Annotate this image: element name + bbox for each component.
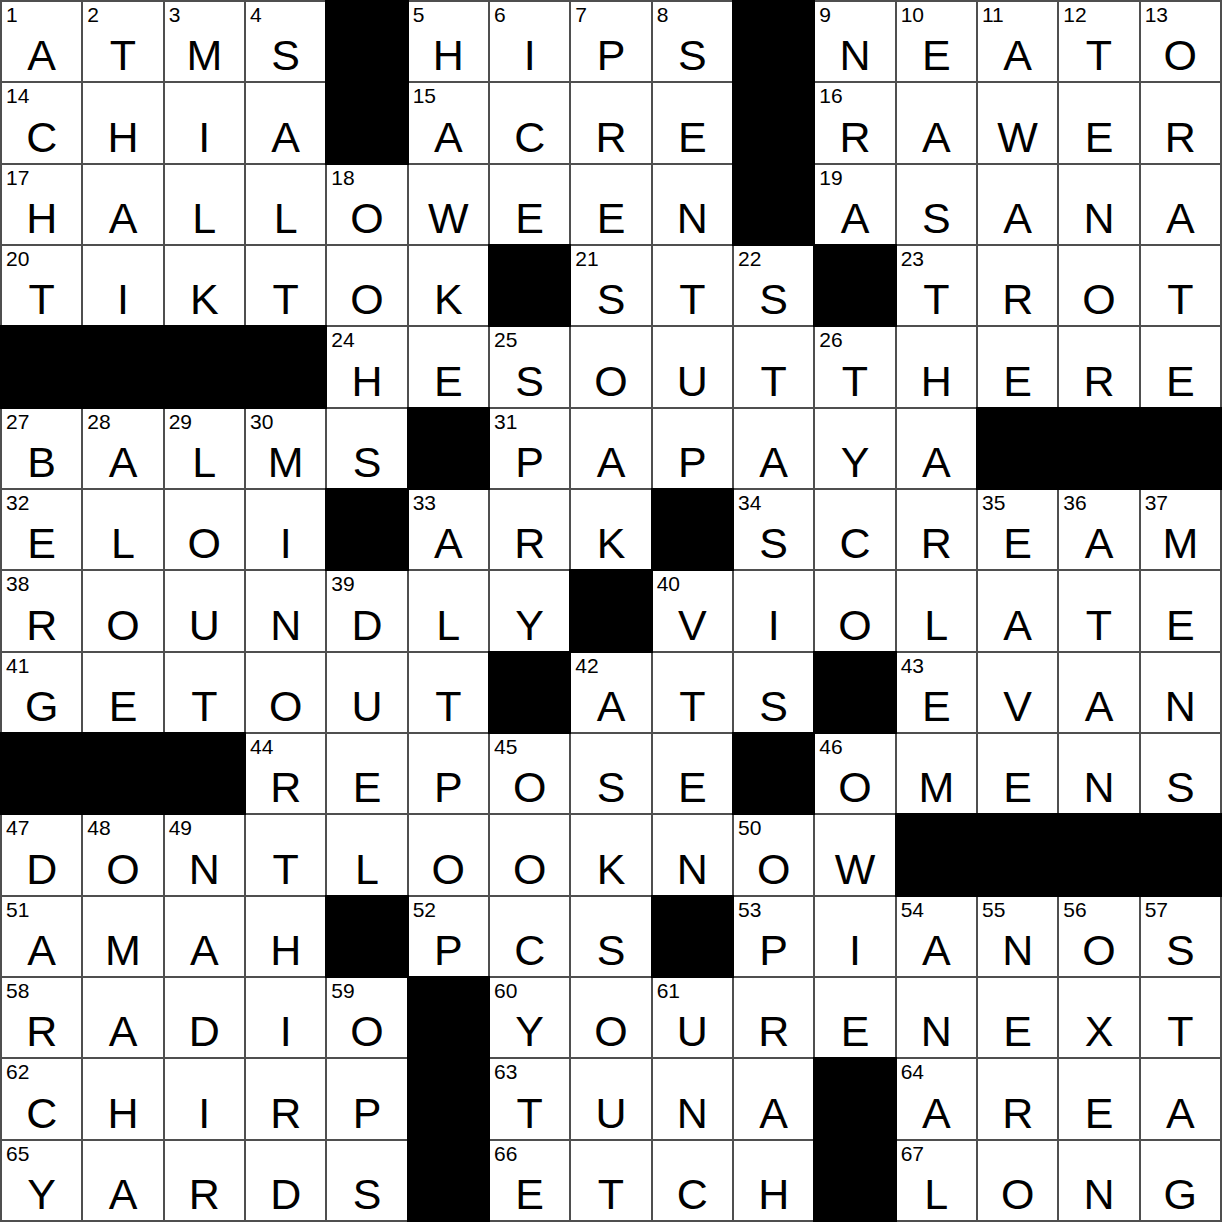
cell-r4c6[interactable]: K	[409, 246, 488, 325]
cell-r14c3[interactable]: I	[165, 1059, 244, 1138]
cell-r4c1[interactable]: 20T	[2, 246, 81, 325]
cell-r6c3[interactable]: 29L	[165, 409, 244, 488]
cell-r7c13[interactable]: 35E	[978, 490, 1057, 569]
cell-letter: I	[246, 1010, 325, 1053]
cell-r9c9[interactable]: T	[653, 653, 732, 732]
cell-r10c11[interactable]: 46O	[815, 734, 894, 813]
clue-number: 31	[494, 409, 517, 434]
cell-r3c2[interactable]: A	[83, 165, 162, 244]
block-cell-r14c6	[409, 1059, 488, 1138]
cell-r15c12[interactable]: 67L	[897, 1141, 976, 1220]
cell-r15c9[interactable]: C	[653, 1141, 732, 1220]
cell-r13c13[interactable]: E	[978, 978, 1057, 1057]
cell-letter: E	[978, 766, 1057, 809]
block-cell-r1c5	[327, 2, 406, 81]
cell-r13c8[interactable]: O	[571, 978, 650, 1057]
cell-r3c6[interactable]: W	[409, 165, 488, 244]
cell-r13c9[interactable]: 61U	[653, 978, 732, 1057]
cell-r6c8[interactable]: A	[571, 409, 650, 488]
cell-r5c7[interactable]: 25S	[490, 327, 569, 406]
cell-r13c11[interactable]: E	[815, 978, 894, 1057]
cell-letter: E	[83, 685, 162, 728]
cell-r5c10[interactable]: T	[734, 327, 813, 406]
cell-r3c11[interactable]: 19A	[815, 165, 894, 244]
cell-r12c4[interactable]: H	[246, 897, 325, 976]
cell-r1c8[interactable]: 7P	[571, 2, 650, 81]
cell-r2c3[interactable]: I	[165, 83, 244, 162]
clue-number: 44	[250, 734, 273, 759]
cell-letter: V	[653, 604, 732, 647]
cell-r12c11[interactable]: I	[815, 897, 894, 976]
clue-number: 6	[494, 2, 506, 27]
cell-r15c7[interactable]: 66E	[490, 1141, 569, 1220]
cell-r4c5[interactable]: O	[327, 246, 406, 325]
cell-r1c11[interactable]: 9N	[815, 2, 894, 81]
cell-r11c3[interactable]: 49N	[165, 815, 244, 894]
cell-r5c12[interactable]: H	[897, 327, 976, 406]
cell-r5c9[interactable]: U	[653, 327, 732, 406]
cell-r4c13[interactable]: R	[978, 246, 1057, 325]
cell-letter: A	[734, 1092, 813, 1135]
cell-r6c11[interactable]: Y	[815, 409, 894, 488]
cell-letter: C	[2, 1092, 81, 1135]
cell-letter: D	[327, 604, 406, 647]
block-cell-r4c11	[815, 246, 894, 325]
cell-r2c4[interactable]: A	[246, 83, 325, 162]
cell-letter: E	[2, 522, 81, 565]
cell-r7c14[interactable]: 36A	[1059, 490, 1138, 569]
cell-r10c4[interactable]: 44R	[246, 734, 325, 813]
cell-r1c14[interactable]: 12T	[1059, 2, 1138, 81]
cell-r14c15[interactable]: A	[1141, 1059, 1220, 1138]
clue-number: 33	[413, 490, 436, 515]
cell-r12c6[interactable]: 52P	[409, 897, 488, 976]
cell-r11c8[interactable]: K	[571, 815, 650, 894]
cell-letter: S	[1141, 929, 1220, 972]
cell-r7c11[interactable]: C	[815, 490, 894, 569]
cell-letter: T	[653, 278, 732, 321]
cell-r3c7[interactable]: E	[490, 165, 569, 244]
cell-r2c1[interactable]: 14C	[2, 83, 81, 162]
cell-r11c10[interactable]: 50O	[734, 815, 813, 894]
cell-r14c4[interactable]: R	[246, 1059, 325, 1138]
clue-number: 39	[331, 571, 354, 596]
block-cell-r11c12	[897, 815, 976, 894]
cell-r15c14[interactable]: N	[1059, 1141, 1138, 1220]
cell-r12c2[interactable]: M	[83, 897, 162, 976]
clue-number: 20	[6, 246, 29, 271]
block-cell-r11c14	[1059, 815, 1138, 894]
cell-letter: D	[165, 1010, 244, 1053]
cell-letter: E	[1141, 360, 1220, 403]
cell-r9c14[interactable]: A	[1059, 653, 1138, 732]
cell-letter: T	[1059, 34, 1138, 77]
cell-r8c13[interactable]: A	[978, 571, 1057, 650]
cell-r8c1[interactable]: 38R	[2, 571, 81, 650]
block-cell-r9c11	[815, 653, 894, 732]
cell-r5c14[interactable]: R	[1059, 327, 1138, 406]
cell-letter: O	[327, 197, 406, 240]
cell-r15c15[interactable]: G	[1141, 1141, 1220, 1220]
block-cell-r10c3	[165, 734, 244, 813]
cell-letter: U	[653, 360, 732, 403]
cell-r1c9[interactable]: 8S	[653, 2, 732, 81]
cell-r9c10[interactable]: S	[734, 653, 813, 732]
cell-r15c8[interactable]: T	[571, 1141, 650, 1220]
clue-number: 3	[169, 2, 181, 27]
cell-r12c1[interactable]: 51A	[2, 897, 81, 976]
cell-r9c15[interactable]: N	[1141, 653, 1220, 732]
cell-letter: A	[897, 1092, 976, 1135]
cell-r9c13[interactable]: V	[978, 653, 1057, 732]
cell-r6c1[interactable]: 27B	[2, 409, 81, 488]
cell-r2c14[interactable]: E	[1059, 83, 1138, 162]
block-cell-r5c1	[2, 327, 81, 406]
cell-r7c6[interactable]: 33A	[409, 490, 488, 569]
cell-r6c4[interactable]: 30M	[246, 409, 325, 488]
cell-letter: L	[897, 1173, 976, 1216]
cell-r1c3[interactable]: 3M	[165, 2, 244, 81]
cell-r2c2[interactable]: H	[83, 83, 162, 162]
cell-r15c13[interactable]: O	[978, 1141, 1057, 1220]
cell-r3c8[interactable]: E	[571, 165, 650, 244]
cell-r4c14[interactable]: O	[1059, 246, 1138, 325]
clue-number: 59	[331, 978, 354, 1003]
cell-r9c1[interactable]: 41G	[2, 653, 81, 732]
cell-r7c15[interactable]: 37M	[1141, 490, 1220, 569]
cell-r10c8[interactable]: S	[571, 734, 650, 813]
cell-r11c2[interactable]: 48O	[83, 815, 162, 894]
cell-r2c13[interactable]: W	[978, 83, 1057, 162]
cell-r8c14[interactable]: T	[1059, 571, 1138, 650]
crossword-board: 1A2T3M4S5H6I7P8S9N10E11A12T13O14CHIA15AC…	[0, 0, 1222, 1222]
cell-r1c2[interactable]: 2T	[83, 2, 162, 81]
cell-r2c7[interactable]: C	[490, 83, 569, 162]
cell-r9c4[interactable]: O	[246, 653, 325, 732]
cell-letter: N	[815, 34, 894, 77]
cell-r13c15[interactable]: T	[1141, 978, 1220, 1057]
cell-letter: M	[897, 766, 976, 809]
block-cell-r2c5	[327, 83, 406, 162]
clue-number: 41	[6, 653, 29, 678]
clue-number: 62	[6, 1059, 29, 1084]
cell-r1c6[interactable]: 5H	[409, 2, 488, 81]
cell-r7c8[interactable]: K	[571, 490, 650, 569]
cell-r9c5[interactable]: U	[327, 653, 406, 732]
cell-r1c7[interactable]: 6I	[490, 2, 569, 81]
cell-r15c3[interactable]: R	[165, 1141, 244, 1220]
cell-r12c8[interactable]: S	[571, 897, 650, 976]
cell-r7c1[interactable]: 32E	[2, 490, 81, 569]
cell-r14c12[interactable]: 64A	[897, 1059, 976, 1138]
cell-letter: X	[1059, 1010, 1138, 1053]
cell-r8c4[interactable]: N	[246, 571, 325, 650]
block-cell-r4c7	[490, 246, 569, 325]
clue-number: 22	[738, 246, 761, 271]
cell-letter: T	[2, 278, 81, 321]
cell-r10c6[interactable]: P	[409, 734, 488, 813]
cell-letter: R	[165, 1173, 244, 1216]
cell-letter: O	[490, 766, 569, 809]
cell-r6c10[interactable]: A	[734, 409, 813, 488]
cell-letter: T	[246, 848, 325, 891]
cell-letter: L	[327, 848, 406, 891]
cell-letter: O	[1059, 278, 1138, 321]
cell-r10c15[interactable]: S	[1141, 734, 1220, 813]
cell-r14c14[interactable]: E	[1059, 1059, 1138, 1138]
cell-r5c11[interactable]: 26T	[815, 327, 894, 406]
cell-letter: L	[165, 197, 244, 240]
block-cell-r6c6	[409, 409, 488, 488]
cell-letter: E	[1141, 604, 1220, 647]
cell-r12c7[interactable]: C	[490, 897, 569, 976]
cell-r14c13[interactable]: R	[978, 1059, 1057, 1138]
cell-r10c9[interactable]: E	[653, 734, 732, 813]
cell-r13c12[interactable]: N	[897, 978, 976, 1057]
clue-number: 35	[982, 490, 1005, 515]
cell-r4c8[interactable]: 21S	[571, 246, 650, 325]
cell-r8c10[interactable]: I	[734, 571, 813, 650]
clue-number: 15	[413, 83, 436, 108]
cell-r14c5[interactable]: P	[327, 1059, 406, 1138]
cell-r10c12[interactable]: M	[897, 734, 976, 813]
cell-r11c6[interactable]: O	[409, 815, 488, 894]
cell-r2c11[interactable]: 16R	[815, 83, 894, 162]
block-cell-r5c3	[165, 327, 244, 406]
cell-r12c13[interactable]: 55N	[978, 897, 1057, 976]
cell-letter: I	[165, 1092, 244, 1135]
cell-r8c9[interactable]: 40V	[653, 571, 732, 650]
cell-r5c13[interactable]: E	[978, 327, 1057, 406]
cell-r4c4[interactable]: T	[246, 246, 325, 325]
cell-r4c9[interactable]: T	[653, 246, 732, 325]
clue-number: 65	[6, 1141, 29, 1166]
cell-letter: H	[897, 360, 976, 403]
cell-r4c3[interactable]: K	[165, 246, 244, 325]
cell-r6c2[interactable]: 28A	[83, 409, 162, 488]
cell-r9c2[interactable]: E	[83, 653, 162, 732]
cell-r9c3[interactable]: T	[165, 653, 244, 732]
cell-letter: W	[409, 197, 488, 240]
cell-r7c2[interactable]: L	[83, 490, 162, 569]
cell-r12c14[interactable]: 56O	[1059, 897, 1138, 976]
cell-letter: E	[897, 685, 976, 728]
cell-r11c5[interactable]: L	[327, 815, 406, 894]
clue-number: 46	[819, 734, 842, 759]
cell-letter: R	[2, 1010, 81, 1053]
cell-r12c3[interactable]: A	[165, 897, 244, 976]
cell-r7c10[interactable]: 34S	[734, 490, 813, 569]
cell-r6c5[interactable]: S	[327, 409, 406, 488]
cell-letter: O	[1059, 929, 1138, 972]
clue-number: 21	[575, 246, 598, 271]
cell-r1c13[interactable]: 11A	[978, 2, 1057, 81]
cell-r7c12[interactable]: R	[897, 490, 976, 569]
block-cell-r6c13	[978, 409, 1057, 488]
cell-r14c8[interactable]: U	[571, 1059, 650, 1138]
cell-r7c7[interactable]: R	[490, 490, 569, 569]
cell-r13c2[interactable]: A	[83, 978, 162, 1057]
cell-r11c9[interactable]: N	[653, 815, 732, 894]
cell-r5c8[interactable]: O	[571, 327, 650, 406]
cell-r11c11[interactable]: W	[815, 815, 894, 894]
cell-r3c13[interactable]: A	[978, 165, 1057, 244]
clue-number: 28	[87, 409, 110, 434]
cell-r14c1[interactable]: 62C	[2, 1059, 81, 1138]
clue-number: 42	[575, 653, 598, 678]
cell-r14c9[interactable]: N	[653, 1059, 732, 1138]
cell-r3c5[interactable]: 18O	[327, 165, 406, 244]
cell-r13c7[interactable]: 60Y	[490, 978, 569, 1057]
clue-number: 63	[494, 1059, 517, 1084]
cell-r2c8[interactable]: R	[571, 83, 650, 162]
cell-r4c10[interactable]: 22S	[734, 246, 813, 325]
cell-r3c15[interactable]: A	[1141, 165, 1220, 244]
cell-letter: R	[1141, 116, 1220, 159]
cell-r1c4[interactable]: 4S	[246, 2, 325, 81]
cell-letter: S	[246, 34, 325, 77]
cell-r12c12[interactable]: 54A	[897, 897, 976, 976]
cell-r3c14[interactable]: N	[1059, 165, 1138, 244]
cell-r12c10[interactable]: 53P	[734, 897, 813, 976]
cell-r15c5[interactable]: S	[327, 1141, 406, 1220]
cell-r10c13[interactable]: E	[978, 734, 1057, 813]
cell-r1c12[interactable]: 10E	[897, 2, 976, 81]
cell-letter: P	[490, 441, 569, 484]
cell-letter: R	[490, 522, 569, 565]
cell-r5c15[interactable]: E	[1141, 327, 1220, 406]
cell-r3c1[interactable]: 17H	[2, 165, 81, 244]
cell-letter: R	[978, 278, 1057, 321]
cell-letter: A	[571, 441, 650, 484]
cell-letter: R	[246, 1092, 325, 1135]
cell-r3c12[interactable]: S	[897, 165, 976, 244]
cell-r2c12[interactable]: A	[897, 83, 976, 162]
cell-r7c4[interactable]: I	[246, 490, 325, 569]
clue-number: 66	[494, 1141, 517, 1166]
cell-r2c15[interactable]: R	[1141, 83, 1220, 162]
clue-number: 52	[413, 897, 436, 922]
cell-r8c15[interactable]: E	[1141, 571, 1220, 650]
cell-r13c3[interactable]: D	[165, 978, 244, 1057]
cell-letter: S	[571, 278, 650, 321]
cell-r8c7[interactable]: Y	[490, 571, 569, 650]
cell-letter: A	[815, 197, 894, 240]
cell-r1c1[interactable]: 1A	[2, 2, 81, 81]
cell-letter: O	[246, 685, 325, 728]
cell-r15c4[interactable]: D	[246, 1141, 325, 1220]
cell-r4c15[interactable]: T	[1141, 246, 1220, 325]
cell-r13c4[interactable]: I	[246, 978, 325, 1057]
cell-r6c12[interactable]: A	[897, 409, 976, 488]
cell-r11c4[interactable]: T	[246, 815, 325, 894]
cell-r1c15[interactable]: 13O	[1141, 2, 1220, 81]
cell-letter: T	[571, 1173, 650, 1216]
cell-r2c6[interactable]: 15A	[409, 83, 488, 162]
cell-r6c9[interactable]: P	[653, 409, 732, 488]
cell-letter: A	[897, 116, 976, 159]
cell-letter: T	[490, 1092, 569, 1135]
cell-r14c10[interactable]: A	[734, 1059, 813, 1138]
cell-letter: U	[571, 1092, 650, 1135]
cell-r10c5[interactable]: E	[327, 734, 406, 813]
block-cell-r12c5	[327, 897, 406, 976]
cell-r8c11[interactable]: O	[815, 571, 894, 650]
cell-r9c8[interactable]: 42A	[571, 653, 650, 732]
cell-r11c7[interactable]: O	[490, 815, 569, 894]
cell-letter: Y	[490, 1010, 569, 1053]
cell-letter: L	[83, 522, 162, 565]
cell-r14c7[interactable]: 63T	[490, 1059, 569, 1138]
cell-r13c1[interactable]: 58R	[2, 978, 81, 1057]
cell-letter: N	[1059, 766, 1138, 809]
cell-letter: O	[978, 1173, 1057, 1216]
cell-r9c12[interactable]: 43E	[897, 653, 976, 732]
cell-r10c14[interactable]: N	[1059, 734, 1138, 813]
cell-r8c6[interactable]: L	[409, 571, 488, 650]
cell-r14c2[interactable]: H	[83, 1059, 162, 1138]
cell-letter: N	[1059, 1173, 1138, 1216]
cell-letter: T	[165, 685, 244, 728]
cell-r5c6[interactable]: E	[409, 327, 488, 406]
cell-letter: L	[897, 604, 976, 647]
cell-letter: A	[897, 441, 976, 484]
block-cell-r8c8	[571, 571, 650, 650]
cell-letter: N	[653, 197, 732, 240]
cell-r11c1[interactable]: 47D	[2, 815, 81, 894]
cell-r2c9[interactable]: E	[653, 83, 732, 162]
cell-r4c2[interactable]: I	[83, 246, 162, 325]
cell-r3c9[interactable]: N	[653, 165, 732, 244]
cell-r15c2[interactable]: A	[83, 1141, 162, 1220]
cell-r6c7[interactable]: 31P	[490, 409, 569, 488]
cell-letter: R	[815, 116, 894, 159]
cell-r12c15[interactable]: 57S	[1141, 897, 1220, 976]
cell-r13c14[interactable]: X	[1059, 978, 1138, 1057]
cell-letter: W	[978, 116, 1057, 159]
cell-r15c1[interactable]: 65Y	[2, 1141, 81, 1220]
cell-letter: E	[571, 197, 650, 240]
cell-r3c3[interactable]: L	[165, 165, 244, 244]
cell-letter: Y	[490, 604, 569, 647]
cell-letter: M	[83, 929, 162, 972]
cell-r7c3[interactable]: O	[165, 490, 244, 569]
cell-letter: I	[734, 604, 813, 647]
cell-r13c5[interactable]: 59O	[327, 978, 406, 1057]
cell-r8c5[interactable]: 39D	[327, 571, 406, 650]
block-cell-r1c10	[734, 2, 813, 81]
cell-letter: I	[815, 929, 894, 972]
cell-r9c6[interactable]: T	[409, 653, 488, 732]
cell-r5c5[interactable]: 24H	[327, 327, 406, 406]
cell-r15c10[interactable]: H	[734, 1141, 813, 1220]
cell-r4c12[interactable]: 23T	[897, 246, 976, 325]
cell-letter: T	[734, 360, 813, 403]
clue-number: 40	[657, 571, 680, 596]
cell-letter: E	[327, 766, 406, 809]
cell-letter: O	[165, 522, 244, 565]
cell-letter: Y	[2, 1173, 81, 1216]
cell-letter: R	[571, 116, 650, 159]
cell-r3c4[interactable]: L	[246, 165, 325, 244]
cell-r8c12[interactable]: L	[897, 571, 976, 650]
cell-letter: I	[490, 34, 569, 77]
cell-letter: O	[490, 848, 569, 891]
cell-r8c2[interactable]: O	[83, 571, 162, 650]
cell-r8c3[interactable]: U	[165, 571, 244, 650]
cell-r13c10[interactable]: R	[734, 978, 813, 1057]
cell-r10c7[interactable]: 45O	[490, 734, 569, 813]
